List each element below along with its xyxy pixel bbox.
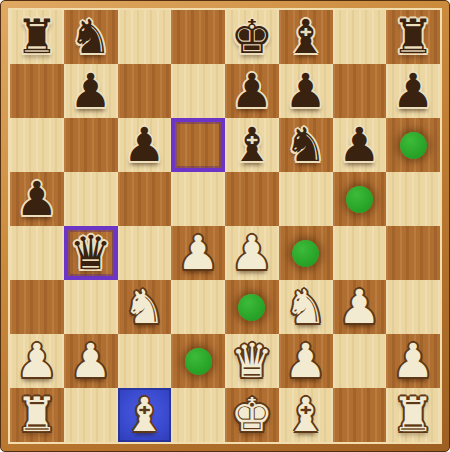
move-hint-dot[interactable] — [238, 294, 265, 321]
square-d5[interactable] — [171, 172, 225, 226]
square-h4[interactable] — [386, 226, 440, 280]
square-a5[interactable]: ♟ — [10, 172, 64, 226]
white-rook[interactable]: ♜ — [392, 391, 434, 438]
move-hint-dot[interactable] — [400, 132, 427, 159]
square-a1[interactable]: ♜ — [10, 388, 64, 442]
square-h2[interactable]: ♟ — [386, 334, 440, 388]
square-d2[interactable] — [171, 334, 225, 388]
square-c7[interactable] — [118, 64, 172, 118]
square-b7[interactable]: ♟ — [64, 64, 118, 118]
square-f1[interactable]: ♝ — [279, 388, 333, 442]
square-b5[interactable] — [64, 172, 118, 226]
square-h5[interactable] — [386, 172, 440, 226]
white-pawn[interactable]: ♟ — [177, 229, 219, 276]
square-g1[interactable] — [333, 388, 387, 442]
square-a4[interactable] — [10, 226, 64, 280]
square-d4[interactable]: ♟ — [171, 226, 225, 280]
square-g7[interactable] — [333, 64, 387, 118]
square-b4[interactable]: ♛ — [64, 226, 118, 280]
square-a8[interactable]: ♜ — [10, 10, 64, 64]
move-hint-dot[interactable] — [185, 348, 212, 375]
black-queen[interactable]: ♛ — [70, 229, 112, 276]
black-pawn[interactable]: ♟ — [338, 121, 380, 168]
square-c2[interactable] — [118, 334, 172, 388]
square-e8[interactable]: ♚ — [225, 10, 279, 64]
square-c1[interactable]: ♝ — [118, 388, 172, 442]
move-hint-dot[interactable] — [292, 240, 319, 267]
board-frame: ♜♞♚♝♜♟♟♟♟♟♝♞♟♟♛♟♟♞♞♟♟♟♛♟♟♜♝♚♝♜ — [0, 0, 450, 452]
black-rook[interactable]: ♜ — [392, 13, 434, 60]
square-f5[interactable] — [279, 172, 333, 226]
square-g2[interactable] — [333, 334, 387, 388]
square-f7[interactable]: ♟ — [279, 64, 333, 118]
square-c3[interactable]: ♞ — [118, 280, 172, 334]
black-rook[interactable]: ♜ — [16, 13, 58, 60]
white-knight[interactable]: ♞ — [285, 283, 327, 330]
square-f8[interactable]: ♝ — [279, 10, 333, 64]
square-b8[interactable]: ♞ — [64, 10, 118, 64]
square-e6[interactable]: ♝ — [225, 118, 279, 172]
square-e3[interactable] — [225, 280, 279, 334]
square-f3[interactable]: ♞ — [279, 280, 333, 334]
square-c4[interactable] — [118, 226, 172, 280]
white-knight[interactable]: ♞ — [123, 283, 165, 330]
white-queen[interactable]: ♛ — [231, 337, 273, 384]
square-g5[interactable] — [333, 172, 387, 226]
square-e1[interactable]: ♚ — [225, 388, 279, 442]
white-pawn[interactable]: ♟ — [338, 283, 380, 330]
square-c6[interactable]: ♟ — [118, 118, 172, 172]
black-king[interactable]: ♚ — [231, 13, 273, 60]
square-e5[interactable] — [225, 172, 279, 226]
square-g8[interactable] — [333, 10, 387, 64]
square-f4[interactable] — [279, 226, 333, 280]
square-e2[interactable]: ♛ — [225, 334, 279, 388]
black-bishop[interactable]: ♝ — [231, 121, 273, 168]
white-pawn[interactable]: ♟ — [392, 337, 434, 384]
white-king[interactable]: ♚ — [231, 391, 273, 438]
square-h1[interactable]: ♜ — [386, 388, 440, 442]
white-pawn[interactable]: ♟ — [16, 337, 58, 384]
square-h3[interactable] — [386, 280, 440, 334]
black-knight[interactable]: ♞ — [70, 13, 112, 60]
square-d6[interactable] — [171, 118, 225, 172]
square-d8[interactable] — [171, 10, 225, 64]
square-h8[interactable]: ♜ — [386, 10, 440, 64]
black-knight[interactable]: ♞ — [285, 121, 327, 168]
square-a6[interactable] — [10, 118, 64, 172]
square-d1[interactable] — [171, 388, 225, 442]
white-pawn[interactable]: ♟ — [231, 229, 273, 276]
black-pawn[interactable]: ♟ — [16, 175, 58, 222]
white-pawn[interactable]: ♟ — [70, 337, 112, 384]
square-g3[interactable]: ♟ — [333, 280, 387, 334]
black-pawn[interactable]: ♟ — [392, 67, 434, 114]
square-f6[interactable]: ♞ — [279, 118, 333, 172]
white-bishop[interactable]: ♝ — [285, 391, 327, 438]
square-d3[interactable] — [171, 280, 225, 334]
square-g4[interactable] — [333, 226, 387, 280]
black-pawn[interactable]: ♟ — [70, 67, 112, 114]
white-pawn[interactable]: ♟ — [285, 337, 327, 384]
square-a3[interactable] — [10, 280, 64, 334]
square-b2[interactable]: ♟ — [64, 334, 118, 388]
square-c8[interactable] — [118, 10, 172, 64]
white-bishop[interactable]: ♝ — [123, 391, 165, 438]
square-b6[interactable] — [64, 118, 118, 172]
black-pawn[interactable]: ♟ — [285, 67, 327, 114]
white-rook[interactable]: ♜ — [16, 391, 58, 438]
square-g6[interactable]: ♟ — [333, 118, 387, 172]
black-pawn[interactable]: ♟ — [123, 121, 165, 168]
square-d7[interactable] — [171, 64, 225, 118]
square-f2[interactable]: ♟ — [279, 334, 333, 388]
move-hint-dot[interactable] — [346, 186, 373, 213]
square-h7[interactable]: ♟ — [386, 64, 440, 118]
black-bishop[interactable]: ♝ — [285, 13, 327, 60]
square-e7[interactable]: ♟ — [225, 64, 279, 118]
square-a7[interactable] — [10, 64, 64, 118]
square-h6[interactable] — [386, 118, 440, 172]
square-c5[interactable] — [118, 172, 172, 226]
square-b3[interactable] — [64, 280, 118, 334]
square-b1[interactable] — [64, 388, 118, 442]
black-pawn[interactable]: ♟ — [231, 67, 273, 114]
square-a2[interactable]: ♟ — [10, 334, 64, 388]
chess-board: ♜♞♚♝♜♟♟♟♟♟♝♞♟♟♛♟♟♞♞♟♟♟♛♟♟♜♝♚♝♜ — [8, 8, 442, 444]
square-e4[interactable]: ♟ — [225, 226, 279, 280]
